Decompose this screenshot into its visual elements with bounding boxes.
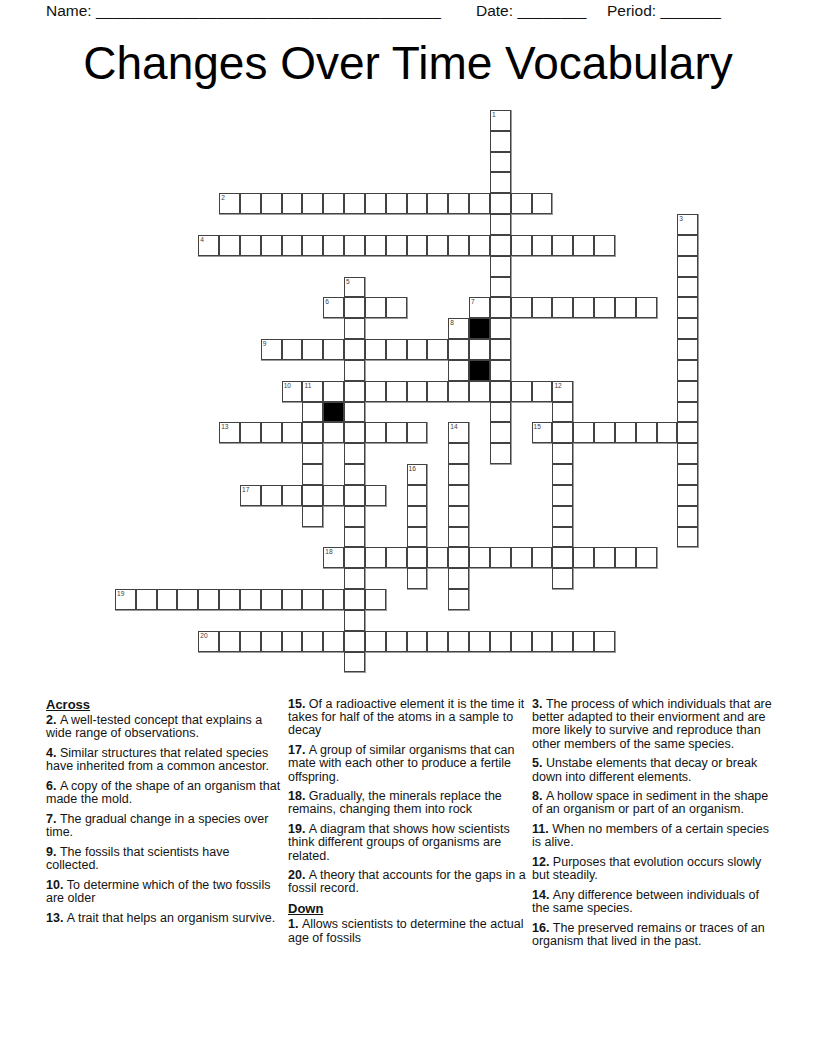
answer-cell[interactable]	[323, 235, 344, 256]
answer-cell[interactable]	[219, 631, 240, 652]
answer-cell[interactable]	[407, 339, 428, 360]
answer-cell[interactable]	[344, 527, 365, 548]
answer-cell[interactable]	[344, 402, 365, 423]
answer-cell[interactable]	[407, 568, 428, 589]
answer-cell[interactable]	[407, 506, 428, 527]
clues-column-3: 3. The process of which individuals that…	[532, 698, 778, 955]
answer-cell[interactable]: 6	[323, 297, 344, 318]
answer-cell[interactable]	[261, 589, 282, 610]
answer-cell[interactable]	[344, 464, 365, 485]
answer-cell[interactable]	[427, 631, 448, 652]
answer-cell[interactable]	[490, 443, 511, 464]
empty-area	[636, 193, 657, 214]
answer-cell[interactable]	[448, 485, 469, 506]
answer-cell[interactable]	[386, 381, 407, 402]
empty-area	[532, 360, 553, 381]
answer-cell[interactable]	[302, 422, 323, 443]
answer-cell[interactable]: 16	[407, 464, 428, 485]
empty-area	[240, 610, 261, 631]
answer-cell[interactable]	[427, 193, 448, 214]
empty-area	[323, 131, 344, 152]
answer-cell[interactable]	[677, 235, 698, 256]
answer-cell[interactable]	[448, 589, 469, 610]
answer-cell[interactable]	[469, 339, 490, 360]
empty-area	[240, 214, 261, 235]
answer-cell[interactable]	[448, 527, 469, 548]
answer-cell[interactable]: 12	[552, 381, 573, 402]
answer-cell[interactable]	[386, 235, 407, 256]
answer-cell[interactable]	[302, 464, 323, 485]
empty-area	[302, 110, 323, 131]
answer-cell[interactable]	[344, 568, 365, 589]
answer-cell[interactable]	[365, 193, 386, 214]
answer-cell[interactable]	[677, 506, 698, 527]
answer-cell[interactable]	[615, 547, 636, 568]
answer-cell[interactable]	[573, 235, 594, 256]
answer-cell[interactable]	[677, 464, 698, 485]
answer-cell[interactable]	[490, 422, 511, 443]
clue-item: 18. Gradually, the minerals replace the …	[288, 790, 528, 816]
answer-cell[interactable]	[636, 422, 657, 443]
answer-cell[interactable]	[427, 339, 448, 360]
answer-cell[interactable]	[532, 235, 553, 256]
answer-cell[interactable]	[490, 152, 511, 173]
empty-area	[115, 631, 136, 652]
answer-cell[interactable]	[532, 381, 553, 402]
empty-area	[594, 214, 615, 235]
answer-cell[interactable]: 10	[282, 381, 303, 402]
answer-cell[interactable]	[573, 422, 594, 443]
answer-cell[interactable]	[490, 360, 511, 381]
answer-cell[interactable]	[532, 193, 553, 214]
clue-number: 5	[346, 278, 350, 285]
answer-cell[interactable]: 2	[219, 193, 240, 214]
empty-area	[219, 110, 240, 131]
empty-area	[636, 172, 657, 193]
answer-cell[interactable]	[594, 547, 615, 568]
answer-cell[interactable]	[448, 235, 469, 256]
answer-cell[interactable]	[240, 589, 261, 610]
empty-area	[657, 256, 678, 277]
answer-cell[interactable]	[490, 193, 511, 214]
empty-area	[261, 172, 282, 193]
answer-cell[interactable]	[532, 547, 553, 568]
empty-area	[677, 152, 698, 173]
answer-cell[interactable]	[677, 277, 698, 298]
empty-area	[323, 360, 344, 381]
answer-cell[interactable]	[552, 631, 573, 652]
empty-area	[115, 547, 136, 568]
answer-cell[interactable]	[302, 485, 323, 506]
answer-cell[interactable]	[386, 547, 407, 568]
answer-cell[interactable]	[490, 381, 511, 402]
empty-area	[636, 214, 657, 235]
answer-cell[interactable]	[552, 443, 573, 464]
answer-cell[interactable]	[323, 381, 344, 402]
answer-cell[interactable]	[490, 214, 511, 235]
answer-cell[interactable]	[344, 235, 365, 256]
empty-area	[636, 360, 657, 381]
answer-cell[interactable]	[302, 402, 323, 423]
answer-cell[interactable]	[365, 589, 386, 610]
answer-cell[interactable]	[344, 318, 365, 339]
answer-cell[interactable]	[490, 256, 511, 277]
clue-number-label: 3.	[532, 697, 546, 711]
answer-cell[interactable]	[282, 193, 303, 214]
empty-area	[386, 527, 407, 548]
answer-cell[interactable]	[511, 547, 532, 568]
answer-cell[interactable]	[365, 297, 386, 318]
answer-cell[interactable]	[677, 297, 698, 318]
clue-number: 17	[242, 486, 249, 493]
answer-cell[interactable]	[344, 443, 365, 464]
answer-cell[interactable]	[427, 547, 448, 568]
answer-cell[interactable]	[552, 235, 573, 256]
empty-area	[573, 110, 594, 131]
empty-area	[511, 318, 532, 339]
answer-cell[interactable]	[344, 193, 365, 214]
answer-cell[interactable]	[282, 631, 303, 652]
answer-cell[interactable]	[677, 381, 698, 402]
empty-area	[636, 506, 657, 527]
answer-cell[interactable]	[677, 318, 698, 339]
answer-cell[interactable]	[552, 402, 573, 423]
answer-cell[interactable]	[490, 235, 511, 256]
answer-cell[interactable]: 4	[198, 235, 219, 256]
answer-cell[interactable]	[552, 568, 573, 589]
answer-cell[interactable]	[511, 297, 532, 318]
empty-area	[157, 152, 178, 173]
answer-cell[interactable]: 5	[344, 277, 365, 298]
answer-cell[interactable]	[344, 422, 365, 443]
empty-area	[115, 193, 136, 214]
answer-cell[interactable]	[677, 339, 698, 360]
answer-cell[interactable]	[323, 485, 344, 506]
empty-area	[302, 297, 323, 318]
empty-area	[615, 443, 636, 464]
answer-cell[interactable]	[490, 318, 511, 339]
answer-cell[interactable]	[594, 422, 615, 443]
answer-cell[interactable]	[302, 443, 323, 464]
clue-number-label: 2.	[46, 713, 60, 727]
answer-cell[interactable]	[615, 297, 636, 318]
clue-item: 8. A hollow space in sediment in the sha…	[532, 790, 778, 816]
empty-area	[511, 652, 532, 673]
answer-cell[interactable]	[552, 547, 573, 568]
empty-area	[323, 506, 344, 527]
answer-cell[interactable]	[448, 360, 469, 381]
answer-cell[interactable]: 20	[198, 631, 219, 652]
answer-cell[interactable]	[448, 193, 469, 214]
answer-cell[interactable]	[323, 193, 344, 214]
empty-area	[157, 527, 178, 548]
empty-area	[615, 464, 636, 485]
empty-area	[594, 652, 615, 673]
empty-area	[636, 152, 657, 173]
empty-area	[240, 360, 261, 381]
answer-cell[interactable]	[344, 631, 365, 652]
empty-area	[282, 652, 303, 673]
answer-cell[interactable]	[240, 235, 261, 256]
answer-cell[interactable]	[407, 485, 428, 506]
empty-area	[594, 339, 615, 360]
answer-cell[interactable]	[552, 506, 573, 527]
answer-cell[interactable]	[365, 235, 386, 256]
answer-cell[interactable]	[282, 339, 303, 360]
answer-cell[interactable]	[386, 422, 407, 443]
empty-area	[261, 652, 282, 673]
answer-cell[interactable]	[219, 235, 240, 256]
answer-cell[interactable]	[407, 631, 428, 652]
answer-cell[interactable]	[677, 256, 698, 277]
answer-cell[interactable]	[323, 589, 344, 610]
answer-cell[interactable]: 18	[323, 547, 344, 568]
answer-cell[interactable]	[386, 193, 407, 214]
empty-area	[469, 568, 490, 589]
answer-cell[interactable]: 13	[219, 422, 240, 443]
answer-cell[interactable]	[407, 235, 428, 256]
empty-area	[511, 339, 532, 360]
answer-cell[interactable]: 3	[677, 214, 698, 235]
answer-cell[interactable]	[636, 297, 657, 318]
answer-cell[interactable]	[282, 235, 303, 256]
answer-cell[interactable]	[344, 547, 365, 568]
answer-cell[interactable]	[490, 547, 511, 568]
empty-area	[657, 610, 678, 631]
answer-cell[interactable]	[344, 610, 365, 631]
empty-area	[532, 589, 553, 610]
answer-cell[interactable]	[469, 193, 490, 214]
answer-cell[interactable]	[448, 631, 469, 652]
answer-cell[interactable]	[261, 485, 282, 506]
answer-cell[interactable]	[344, 360, 365, 381]
empty-area	[511, 131, 532, 152]
empty-area	[157, 402, 178, 423]
answer-cell[interactable]	[594, 297, 615, 318]
answer-cell[interactable]	[677, 485, 698, 506]
empty-area	[136, 131, 157, 152]
answer-cell[interactable]	[344, 506, 365, 527]
clue-number: 18	[325, 548, 332, 555]
answer-cell[interactable]	[386, 339, 407, 360]
empty-area	[532, 214, 553, 235]
empty-area	[386, 443, 407, 464]
answer-cell[interactable]	[573, 297, 594, 318]
answer-cell[interactable]	[677, 360, 698, 381]
answer-cell[interactable]	[552, 464, 573, 485]
answer-cell[interactable]	[469, 235, 490, 256]
empty-area	[261, 443, 282, 464]
answer-cell[interactable]: 15	[532, 422, 553, 443]
empty-area	[344, 214, 365, 235]
answer-cell[interactable]	[490, 631, 511, 652]
answer-cell[interactable]	[365, 547, 386, 568]
answer-cell[interactable]	[407, 547, 428, 568]
answer-cell[interactable]	[198, 589, 219, 610]
empty-area	[157, 381, 178, 402]
answer-cell[interactable]: 7	[469, 297, 490, 318]
answer-cell[interactable]	[490, 277, 511, 298]
clue-number: 9	[263, 340, 267, 347]
answer-cell[interactable]	[552, 527, 573, 548]
answer-cell[interactable]	[573, 547, 594, 568]
answer-cell[interactable]	[677, 402, 698, 423]
answer-cell[interactable]	[552, 485, 573, 506]
answer-cell[interactable]	[240, 422, 261, 443]
answer-cell[interactable]	[344, 652, 365, 673]
answer-cell[interactable]	[219, 589, 240, 610]
clue-item: 1. Allows scientists to determine the ac…	[288, 918, 528, 944]
answer-cell[interactable]	[302, 631, 323, 652]
answer-cell[interactable]: 1	[490, 110, 511, 131]
answer-cell[interactable]	[490, 402, 511, 423]
answer-cell[interactable]	[157, 589, 178, 610]
answer-cell[interactable]	[532, 631, 553, 652]
answer-cell[interactable]: 14	[448, 422, 469, 443]
answer-cell[interactable]	[448, 506, 469, 527]
answer-cell[interactable]	[323, 422, 344, 443]
answer-cell[interactable]	[427, 381, 448, 402]
answer-cell[interactable]	[594, 235, 615, 256]
answer-cell[interactable]	[302, 193, 323, 214]
empty-area	[490, 610, 511, 631]
answer-cell[interactable]	[386, 297, 407, 318]
answer-cell[interactable]	[302, 589, 323, 610]
empty-area	[469, 527, 490, 548]
empty-area	[407, 318, 428, 339]
answer-cell[interactable]	[469, 631, 490, 652]
answer-cell[interactable]	[365, 631, 386, 652]
crossword-worksheet: { "game": "crossword", "title": "Changes…	[0, 0, 816, 1056]
answer-cell[interactable]	[677, 443, 698, 464]
answer-cell[interactable]	[407, 381, 428, 402]
empty-area	[365, 402, 386, 423]
answer-cell[interactable]	[282, 422, 303, 443]
answer-cell[interactable]	[323, 631, 344, 652]
answer-cell[interactable]	[448, 547, 469, 568]
answer-cell[interactable]	[344, 297, 365, 318]
empty-area	[386, 172, 407, 193]
answer-cell[interactable]	[365, 422, 386, 443]
empty-area	[594, 443, 615, 464]
answer-cell[interactable]	[448, 339, 469, 360]
empty-area	[573, 193, 594, 214]
answer-cell[interactable]	[407, 527, 428, 548]
answer-cell[interactable]	[302, 506, 323, 527]
answer-cell[interactable]	[323, 339, 344, 360]
answer-cell[interactable]	[573, 631, 594, 652]
answer-cell[interactable]	[427, 235, 448, 256]
answer-cell[interactable]	[490, 339, 511, 360]
empty-area	[636, 339, 657, 360]
answer-cell[interactable]	[490, 297, 511, 318]
answer-cell[interactable]	[407, 193, 428, 214]
empty-area	[469, 610, 490, 631]
empty-area	[469, 152, 490, 173]
answer-cell[interactable]	[511, 631, 532, 652]
answer-cell[interactable]	[136, 589, 157, 610]
answer-cell[interactable]	[365, 339, 386, 360]
answer-cell[interactable]	[177, 589, 198, 610]
answer-cell[interactable]	[490, 172, 511, 193]
answer-cell[interactable]	[677, 527, 698, 548]
empty-area	[177, 568, 198, 589]
empty-area	[282, 464, 303, 485]
empty-area	[532, 318, 553, 339]
answer-cell[interactable]	[302, 339, 323, 360]
empty-area	[219, 485, 240, 506]
answer-cell[interactable]	[365, 485, 386, 506]
empty-area	[386, 152, 407, 173]
answer-cell[interactable]	[386, 631, 407, 652]
empty-area	[469, 214, 490, 235]
answer-cell[interactable]: 19	[115, 589, 136, 610]
empty-area	[261, 152, 282, 173]
empty-area	[636, 381, 657, 402]
answer-cell[interactable]	[511, 381, 532, 402]
answer-cell[interactable]	[407, 422, 428, 443]
answer-cell[interactable]	[261, 422, 282, 443]
answer-cell[interactable]	[344, 589, 365, 610]
answer-cell[interactable]	[469, 547, 490, 568]
answer-cell[interactable]	[448, 443, 469, 464]
empty-area	[657, 152, 678, 173]
answer-cell[interactable]	[552, 422, 573, 443]
empty-area	[115, 381, 136, 402]
empty-area	[448, 256, 469, 277]
answer-cell[interactable]	[490, 131, 511, 152]
answer-cell[interactable]	[615, 422, 636, 443]
empty-area	[657, 506, 678, 527]
answer-cell[interactable]	[240, 193, 261, 214]
empty-area	[448, 277, 469, 298]
answer-cell[interactable]	[677, 422, 698, 443]
answer-cell[interactable]	[448, 381, 469, 402]
answer-cell[interactable]	[344, 381, 365, 402]
answer-cell[interactable]	[636, 547, 657, 568]
answer-cell[interactable]	[240, 631, 261, 652]
answer-cell[interactable]	[532, 297, 553, 318]
empty-area	[657, 297, 678, 318]
answer-cell[interactable]: 8	[448, 318, 469, 339]
answer-cell[interactable]	[261, 235, 282, 256]
answer-cell[interactable]	[594, 631, 615, 652]
answer-cell[interactable]	[261, 193, 282, 214]
empty-area	[427, 402, 448, 423]
answer-cell[interactable]	[261, 631, 282, 652]
answer-cell[interactable]: 17	[240, 485, 261, 506]
answer-cell[interactable]	[448, 464, 469, 485]
answer-cell[interactable]	[448, 568, 469, 589]
answer-cell[interactable]	[511, 235, 532, 256]
answer-cell[interactable]	[657, 422, 678, 443]
answer-cell[interactable]	[344, 485, 365, 506]
answer-cell[interactable]	[302, 235, 323, 256]
answer-cell[interactable]	[469, 381, 490, 402]
empty-area	[282, 360, 303, 381]
answer-cell[interactable]	[282, 485, 303, 506]
answer-cell[interactable]: 9	[261, 339, 282, 360]
answer-cell[interactable]	[344, 339, 365, 360]
answer-cell[interactable]	[282, 589, 303, 610]
answer-cell[interactable]	[511, 193, 532, 214]
clue-number: 19	[117, 590, 124, 597]
empty-area	[511, 110, 532, 131]
answer-cell[interactable]	[365, 381, 386, 402]
answer-cell[interactable]: 11	[302, 381, 323, 402]
clue-number: 13	[221, 423, 228, 430]
answer-cell[interactable]	[552, 297, 573, 318]
